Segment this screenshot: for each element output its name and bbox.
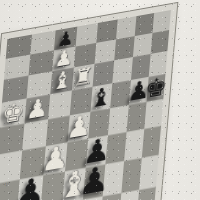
chess-board: ·.·:·.· ♟♟♝♜♚♟♝♟♚♟♟♟♟♝♟ xyxy=(0,3,177,200)
black-king-h5[interactable]: ♚ xyxy=(144,75,168,101)
corner-stamp: ·:· xyxy=(3,180,10,187)
square-e5[interactable]: ♝ xyxy=(90,83,112,111)
square-e2[interactable]: ♟ xyxy=(83,164,105,199)
white-pawn-b5[interactable]: ♟ xyxy=(25,96,49,122)
square-b5[interactable]: ♟ xyxy=(24,94,50,123)
black-pawn-b2[interactable]: ♟ xyxy=(13,174,47,200)
square-b2[interactable]: ♟ xyxy=(17,175,43,200)
square-c6[interactable]: ♝ xyxy=(50,68,74,95)
square-h1[interactable] xyxy=(136,187,156,200)
white-bishop-c6[interactable]: ♝ xyxy=(51,69,73,93)
square-a5[interactable]: ♚ xyxy=(0,99,27,128)
square-h5[interactable]: ♚ xyxy=(147,74,166,102)
chess-board-grid: ♟♟♝♜♚♟♝♟♚♟♟♟♟♝♟ xyxy=(0,10,171,200)
white-king-a5[interactable]: ♚ xyxy=(1,100,25,126)
black-bishop-e5[interactable]: ♝ xyxy=(89,85,113,111)
square-h3[interactable] xyxy=(142,126,161,158)
photo-frame: ·.·:·.· ♟♟♝♜♚♟♝♟♚♟♟♟♟♝♟ ·:· xyxy=(0,0,200,200)
square-h2[interactable] xyxy=(139,155,158,190)
black-pawn-e2[interactable]: ♟ xyxy=(77,163,111,200)
square-h4[interactable] xyxy=(144,99,163,129)
